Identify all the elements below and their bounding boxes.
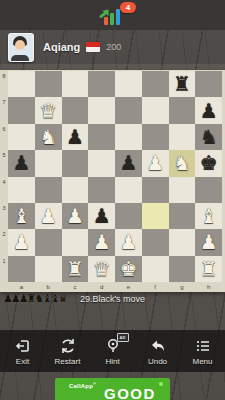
rank-label-3: 3 (0, 203, 8, 229)
piece-black-pawn[interactable]: ♟ (195, 97, 222, 123)
square-e5[interactable]: ♟ (115, 150, 142, 176)
piece-white-knight[interactable]: ♞ (35, 124, 62, 150)
piece-white-bishop[interactable]: ♝ (195, 203, 222, 229)
square-d2[interactable]: ♟ (88, 229, 115, 255)
rank-labels: 87654321 (0, 71, 8, 282)
board-squares: ♜♛♟♞♟♞♟♟♟♞♚♝♟♟♟♝♟♟♟♟♜♛♚♜ (8, 71, 222, 282)
square-b6[interactable]: ♞ (35, 124, 62, 150)
opponent-row: Aqiang 200 (0, 30, 225, 64)
square-h1[interactable]: ♜ (195, 256, 222, 282)
square-g5[interactable]: ♞ (169, 150, 196, 176)
square-e6[interactable] (115, 124, 142, 150)
piece-white-pawn[interactable]: ♟ (115, 229, 142, 255)
square-g4[interactable] (169, 177, 196, 203)
square-d7[interactable] (88, 97, 115, 123)
square-b5[interactable] (35, 150, 62, 176)
piece-white-king[interactable]: ♚ (115, 256, 142, 282)
rank-label-2: 2 (0, 229, 8, 255)
rank-label-7: 7 (0, 97, 8, 123)
exit-label: Exit (16, 357, 29, 366)
square-d4[interactable] (88, 177, 115, 203)
avatar (8, 33, 34, 62)
square-h6[interactable]: ♞ (195, 124, 222, 150)
notification-badge: 4 (120, 2, 136, 13)
restart-label: Restart (55, 357, 81, 366)
square-g1[interactable] (169, 256, 196, 282)
top-bar: 4 (0, 0, 225, 30)
square-f1[interactable] (142, 256, 169, 282)
square-b8[interactable] (35, 71, 62, 97)
file-label-b: b (35, 282, 62, 292)
piece-white-bishop[interactable]: ♝ (8, 203, 35, 229)
square-a6[interactable] (8, 124, 35, 150)
square-a5[interactable]: ♟ (8, 150, 35, 176)
rank-label-8: 8 (0, 71, 8, 97)
app-screen: 4 Aqiang 200 ♜♛♟♞♟♞♟♟♟♞♚♝♟♟♟♝♟♟♟♟♜♛♚♜ ab… (0, 0, 225, 400)
chess-board: ♜♛♟♞♟♞♟♟♟♞♚♝♟♟♟♝♟♟♟♟♜♛♚♜ abcdefgh (0, 70, 225, 292)
square-h8[interactable] (195, 71, 222, 97)
file-label-h: h (195, 282, 222, 292)
square-e8[interactable] (115, 71, 142, 97)
flag-icon (86, 42, 100, 52)
exit-button[interactable]: Exit (3, 337, 43, 366)
piece-white-knight[interactable]: ♞ (169, 150, 196, 176)
hint-ad-badge: AD (117, 333, 129, 342)
move-status: 29.Black's move (0, 294, 225, 304)
square-h7[interactable]: ♟ (195, 97, 222, 123)
square-e4[interactable] (115, 177, 142, 203)
rank-label-1: 1 (0, 256, 8, 282)
file-label-d: d (88, 282, 115, 292)
piece-black-knight[interactable]: ♞ (195, 124, 222, 150)
square-a2[interactable]: ♟ (8, 229, 35, 255)
exit-icon (14, 337, 32, 355)
square-c1[interactable]: ♜ (62, 256, 89, 282)
square-d3[interactable]: ♟ (88, 203, 115, 229)
square-c2[interactable] (62, 229, 89, 255)
piece-white-rook[interactable]: ♜ (62, 256, 89, 282)
restart-button[interactable]: Restart (48, 337, 88, 366)
rank-label-5: 5 (0, 150, 8, 176)
ad-banner[interactable]: CallApp® GOOD (55, 378, 170, 400)
undo-label: Undo (148, 357, 167, 366)
square-b7[interactable]: ♛ (35, 97, 62, 123)
piece-black-rook[interactable]: ♜ (169, 71, 196, 97)
file-label-c: c (62, 282, 89, 292)
file-label-e: e (115, 282, 142, 292)
square-a4[interactable] (8, 177, 35, 203)
square-b2[interactable] (35, 229, 62, 255)
square-h5[interactable]: ♚ (195, 150, 222, 176)
piece-black-pawn[interactable]: ♟ (88, 203, 115, 229)
square-g2[interactable] (169, 229, 196, 255)
square-h3[interactable]: ♝ (195, 203, 222, 229)
square-d5[interactable] (88, 150, 115, 176)
menu-icon (194, 337, 212, 355)
square-e1[interactable]: ♚ (115, 256, 142, 282)
hint-label: Hint (105, 357, 119, 366)
rank-label-4: 4 (0, 177, 8, 203)
file-label-f: f (142, 282, 169, 292)
piece-white-queen[interactable]: ♛ (35, 97, 62, 123)
square-f6[interactable] (142, 124, 169, 150)
square-c6[interactable]: ♟ (62, 124, 89, 150)
square-f3[interactable] (142, 203, 169, 229)
square-g8[interactable]: ♜ (169, 71, 196, 97)
piece-white-pawn[interactable]: ♟ (62, 203, 89, 229)
piece-white-pawn[interactable]: ♟ (35, 203, 62, 229)
piece-black-king[interactable]: ♚ (195, 150, 222, 176)
opponent-rating: 200 (106, 42, 121, 52)
square-c5[interactable] (62, 150, 89, 176)
square-g7[interactable] (169, 97, 196, 123)
square-a8[interactable] (8, 71, 35, 97)
square-b3[interactable]: ♟ (35, 203, 62, 229)
bar-chart-icon[interactable]: 4 (102, 6, 128, 26)
square-d8[interactable] (88, 71, 115, 97)
square-f5[interactable]: ♟ (142, 150, 169, 176)
menu-button[interactable]: Menu (183, 337, 223, 366)
file-label-a: a (8, 282, 35, 292)
square-d1[interactable]: ♛ (88, 256, 115, 282)
square-g3[interactable] (169, 203, 196, 229)
piece-white-queen[interactable]: ♛ (88, 256, 115, 282)
piece-black-pawn[interactable]: ♟ (62, 124, 89, 150)
square-c7[interactable] (62, 97, 89, 123)
piece-black-pawn[interactable]: ♟ (115, 150, 142, 176)
square-f7[interactable] (142, 97, 169, 123)
square-g6[interactable] (169, 124, 196, 150)
square-c3[interactable]: ♟ (62, 203, 89, 229)
restart-icon (59, 337, 77, 355)
piece-black-pawn[interactable]: ♟ (8, 150, 35, 176)
banner-dot (159, 382, 163, 386)
piece-white-pawn[interactable]: ♟ (88, 229, 115, 255)
square-f2[interactable] (142, 229, 169, 255)
square-c4[interactable] (62, 177, 89, 203)
square-b1[interactable] (35, 256, 62, 282)
ad-brand: CallApp® (69, 381, 96, 389)
square-b4[interactable] (35, 177, 62, 203)
piece-white-pawn[interactable]: ♟ (8, 229, 35, 255)
bottom-toolbar: Exit Restart AD Hint Undo Menu (0, 330, 225, 372)
ad-headline: GOOD (104, 385, 156, 400)
square-e2[interactable]: ♟ (115, 229, 142, 255)
file-label-g: g (169, 282, 196, 292)
menu-label: Menu (192, 357, 212, 366)
square-h2[interactable]: ♟ (195, 229, 222, 255)
square-h4[interactable] (195, 177, 222, 203)
piece-white-rook[interactable]: ♜ (195, 256, 222, 282)
square-f4[interactable] (142, 177, 169, 203)
square-a7[interactable] (8, 97, 35, 123)
square-f8[interactable] (142, 71, 169, 97)
undo-icon (149, 337, 167, 355)
square-a3[interactable]: ♝ (8, 203, 35, 229)
rank-label-6: 6 (0, 124, 8, 150)
square-a1[interactable] (8, 256, 35, 282)
opponent-name: Aqiang (43, 41, 80, 53)
square-e3[interactable] (115, 203, 142, 229)
undo-button[interactable]: Undo (138, 337, 178, 366)
hint-button[interactable]: AD Hint (93, 337, 133, 366)
file-labels: abcdefgh (8, 282, 222, 292)
piece-white-pawn[interactable]: ♟ (142, 150, 169, 176)
piece-white-pawn[interactable]: ♟ (195, 229, 222, 255)
info-row: ♟♟♟♜♞♝♝♛ 29.Black's move (0, 292, 225, 308)
square-e7[interactable] (115, 97, 142, 123)
square-c8[interactable] (62, 71, 89, 97)
square-d6[interactable] (88, 124, 115, 150)
